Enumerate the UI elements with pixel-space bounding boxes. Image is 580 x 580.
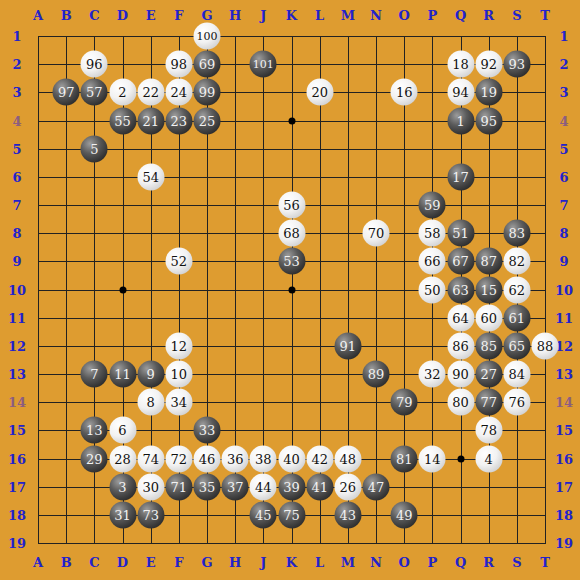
- stone-move-93-S2: 93: [503, 51, 530, 78]
- stone-move-48-M16: 48: [334, 445, 361, 472]
- stone-move-2-D3: 2: [109, 79, 136, 106]
- column-label: P: [427, 8, 437, 23]
- row-label: 9: [559, 254, 568, 269]
- stone-move-44-J17: 44: [250, 473, 277, 500]
- star-point: [119, 286, 126, 293]
- column-label: H: [229, 8, 241, 23]
- column-label: Q: [455, 8, 466, 23]
- stone-move-65-S12: 65: [503, 332, 530, 359]
- column-label: A: [33, 8, 43, 23]
- column-label: M: [341, 8, 355, 23]
- stone-move-8-E14: 8: [137, 389, 164, 416]
- stone-move-75-K18: 75: [278, 501, 305, 528]
- column-label: N: [370, 555, 382, 570]
- row-label: 10: [8, 282, 26, 297]
- stone-move-23-F4: 23: [165, 107, 192, 134]
- column-label: T: [540, 555, 550, 570]
- column-label: K: [286, 8, 297, 23]
- row-label: 18: [555, 507, 573, 522]
- column-label: R: [483, 555, 494, 570]
- stone-move-9-E13: 9: [137, 361, 164, 388]
- column-label: A: [33, 555, 43, 570]
- stone-move-11-D13: 11: [109, 361, 136, 388]
- stone-move-66-P9: 66: [419, 248, 446, 275]
- stone-move-17-Q6: 17: [447, 163, 474, 190]
- stone-move-62-S10: 62: [503, 276, 530, 303]
- stone-move-20-L3: 20: [306, 79, 333, 106]
- column-label: L: [315, 555, 324, 570]
- stone-move-46-G16: 46: [194, 445, 221, 472]
- row-label: 15: [555, 423, 573, 438]
- stone-move-31-D18: 31: [109, 501, 136, 528]
- row-label: 5: [559, 141, 568, 156]
- stone-move-68-K8: 68: [278, 220, 305, 247]
- star-point: [288, 117, 295, 124]
- row-label: 15: [8, 423, 26, 438]
- stone-move-89-N13: 89: [363, 361, 390, 388]
- row-label: 4: [559, 113, 568, 128]
- column-label: N: [370, 8, 382, 23]
- grid-line-horizontal: [38, 543, 546, 544]
- row-label: 1: [12, 29, 21, 44]
- column-label: Q: [455, 555, 466, 570]
- row-label: 16: [555, 451, 573, 466]
- stone-move-54-E6: 54: [137, 163, 164, 190]
- stone-move-40-K16: 40: [278, 445, 305, 472]
- stone-move-63-Q10: 63: [447, 276, 474, 303]
- stone-move-6-D15: 6: [109, 417, 136, 444]
- stone-move-78-R15: 78: [475, 417, 502, 444]
- stone-move-41-L17: 41: [306, 473, 333, 500]
- row-label: 17: [555, 479, 573, 494]
- column-label: E: [146, 8, 156, 23]
- grid-line-vertical: [376, 36, 377, 544]
- stone-move-1-Q4: 1: [447, 107, 474, 134]
- stone-move-96-C2: 96: [81, 51, 108, 78]
- stone-move-12-F12: 12: [165, 332, 192, 359]
- stone-move-59-P7: 59: [419, 192, 446, 219]
- column-label: S: [512, 555, 521, 570]
- stone-move-43-M18: 43: [334, 501, 361, 528]
- stone-move-58-P8: 58: [419, 220, 446, 247]
- stone-move-7-C13: 7: [81, 361, 108, 388]
- stone-move-76-S14: 76: [503, 389, 530, 416]
- row-label: 14: [8, 395, 26, 410]
- stone-move-67-Q9: 67: [447, 248, 474, 275]
- column-label: L: [315, 8, 324, 23]
- row-label: 18: [8, 507, 26, 522]
- stone-move-84-S13: 84: [503, 361, 530, 388]
- stone-move-77-R14: 77: [475, 389, 502, 416]
- column-label: E: [146, 555, 156, 570]
- column-label: O: [399, 8, 410, 23]
- stone-move-98-F2: 98: [165, 51, 192, 78]
- stone-move-86-Q12: 86: [447, 332, 474, 359]
- column-label: C: [89, 8, 99, 23]
- column-label: C: [89, 555, 99, 570]
- column-label: B: [61, 555, 72, 570]
- stone-move-29-C16: 29: [81, 445, 108, 472]
- stone-move-71-F17: 71: [165, 473, 192, 500]
- stone-move-74-E16: 74: [137, 445, 164, 472]
- column-label: S: [512, 8, 521, 23]
- stone-move-50-P10: 50: [419, 276, 446, 303]
- stone-move-83-S8: 83: [503, 220, 530, 247]
- column-label: O: [399, 555, 410, 570]
- row-label: 19: [555, 536, 573, 551]
- column-label: D: [117, 555, 128, 570]
- row-label: 19: [8, 536, 26, 551]
- grid-line-vertical: [545, 36, 546, 544]
- column-label: T: [540, 8, 550, 23]
- stone-move-34-F14: 34: [165, 389, 192, 416]
- stone-move-22-E3: 22: [137, 79, 164, 106]
- stone-move-70-N8: 70: [363, 220, 390, 247]
- row-label: 10: [555, 282, 573, 297]
- stone-move-99-G3: 99: [194, 79, 221, 106]
- stone-move-5-C5: 5: [81, 135, 108, 162]
- row-label: 3: [559, 85, 568, 100]
- row-label: 11: [8, 310, 26, 325]
- stone-move-55-D4: 55: [109, 107, 136, 134]
- stone-move-53-K9: 53: [278, 248, 305, 275]
- stone-move-16-O3: 16: [391, 79, 418, 106]
- stone-move-80-Q14: 80: [447, 389, 474, 416]
- column-label: P: [427, 555, 437, 570]
- stone-move-15-R10: 15: [475, 276, 502, 303]
- row-label: 13: [8, 367, 26, 382]
- stone-move-101-J2: 101: [250, 51, 277, 78]
- column-label: G: [201, 8, 212, 23]
- stone-move-95-R4: 95: [475, 107, 502, 134]
- stone-move-90-Q13: 90: [447, 361, 474, 388]
- stone-move-42-L16: 42: [306, 445, 333, 472]
- stone-move-45-J18: 45: [250, 501, 277, 528]
- row-label: 7: [559, 198, 568, 213]
- stone-move-57-C3: 57: [81, 79, 108, 106]
- stone-move-26-M17: 26: [334, 473, 361, 500]
- stone-move-51-Q8: 51: [447, 220, 474, 247]
- row-label: 2: [559, 57, 568, 72]
- row-label: 12: [8, 338, 26, 353]
- row-label: 13: [555, 367, 573, 382]
- row-label: 14: [555, 395, 573, 410]
- column-label: J: [260, 555, 266, 570]
- stone-move-10-F13: 10: [165, 361, 192, 388]
- row-label: 8: [12, 226, 21, 241]
- stone-move-21-E4: 21: [137, 107, 164, 134]
- stone-move-13-C15: 13: [81, 417, 108, 444]
- stone-move-24-F3: 24: [165, 79, 192, 106]
- row-label: 7: [12, 198, 21, 213]
- stone-move-81-O16: 81: [391, 445, 418, 472]
- stone-move-91-M12: 91: [334, 332, 361, 359]
- stone-move-25-G4: 25: [194, 107, 221, 134]
- column-label: J: [260, 8, 266, 23]
- stone-move-49-O18: 49: [391, 501, 418, 528]
- row-label: 11: [555, 310, 573, 325]
- stone-move-37-H17: 37: [222, 473, 249, 500]
- stone-move-61-S11: 61: [503, 304, 530, 331]
- star-point: [288, 286, 295, 293]
- stone-move-64-Q11: 64: [447, 304, 474, 331]
- row-label: 17: [8, 479, 26, 494]
- row-label: 2: [12, 57, 21, 72]
- column-label: H: [229, 555, 241, 570]
- stone-move-72-F16: 72: [165, 445, 192, 472]
- column-label: R: [483, 8, 494, 23]
- stone-move-38-J16: 38: [250, 445, 277, 472]
- column-label: G: [201, 555, 212, 570]
- star-point: [457, 455, 464, 462]
- row-label: 3: [12, 85, 21, 100]
- stone-move-97-B3: 97: [53, 79, 80, 106]
- stone-move-94-Q3: 94: [447, 79, 474, 106]
- stone-move-33-G15: 33: [194, 417, 221, 444]
- row-label: 4: [12, 113, 21, 128]
- column-label: B: [61, 8, 72, 23]
- stone-move-92-R2: 92: [475, 51, 502, 78]
- stone-move-18-Q2: 18: [447, 51, 474, 78]
- stone-move-39-K17: 39: [278, 473, 305, 500]
- column-label: F: [174, 8, 183, 23]
- stone-move-100-G1: 100: [194, 23, 221, 50]
- stone-move-60-R11: 60: [475, 304, 502, 331]
- stone-move-14-P16: 14: [419, 445, 446, 472]
- stone-move-88-T12: 88: [532, 332, 559, 359]
- stone-move-19-R3: 19: [475, 79, 502, 106]
- stone-move-73-E18: 73: [137, 501, 164, 528]
- stone-move-27-R13: 27: [475, 361, 502, 388]
- stone-move-28-D16: 28: [109, 445, 136, 472]
- stone-move-47-N17: 47: [363, 473, 390, 500]
- column-label: F: [174, 555, 183, 570]
- row-label: 8: [559, 226, 568, 241]
- row-label: 5: [12, 141, 21, 156]
- row-label: 6: [12, 169, 21, 184]
- column-label: K: [286, 555, 297, 570]
- stone-move-87-R9: 87: [475, 248, 502, 275]
- stone-move-69-G2: 69: [194, 51, 221, 78]
- stone-move-52-F9: 52: [165, 248, 192, 275]
- stone-move-85-R12: 85: [475, 332, 502, 359]
- stone-move-82-S9: 82: [503, 248, 530, 275]
- stone-move-79-O14: 79: [391, 389, 418, 416]
- row-label: 16: [8, 451, 26, 466]
- stone-move-30-E17: 30: [137, 473, 164, 500]
- row-label: 9: [12, 254, 21, 269]
- row-label: 6: [559, 169, 568, 184]
- stone-move-32-P13: 32: [419, 361, 446, 388]
- column-label: M: [341, 555, 355, 570]
- stone-move-35-G17: 35: [194, 473, 221, 500]
- stone-move-56-K7: 56: [278, 192, 305, 219]
- column-label: D: [117, 8, 128, 23]
- stone-move-36-H16: 36: [222, 445, 249, 472]
- go-board: AABBCCDDEEFFGGHHJJKKLLMMNNOOPPQQRRSSTT11…: [0, 0, 580, 580]
- stone-move-4-R16: 4: [475, 445, 502, 472]
- stone-move-3-D17: 3: [109, 473, 136, 500]
- row-label: 1: [559, 29, 568, 44]
